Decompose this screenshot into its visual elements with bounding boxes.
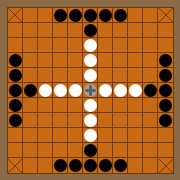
square-i3[interactable] xyxy=(128,128,143,143)
square-a2[interactable] xyxy=(8,143,23,158)
square-b10[interactable] xyxy=(23,23,38,38)
square-d10[interactable] xyxy=(53,23,68,38)
defender-piece[interactable] xyxy=(84,129,97,142)
square-g6[interactable] xyxy=(98,83,113,98)
square-j2[interactable] xyxy=(143,143,158,158)
square-g9[interactable] xyxy=(98,38,113,53)
square-e10[interactable] xyxy=(68,23,83,38)
square-g7[interactable] xyxy=(98,68,113,83)
square-h1[interactable] xyxy=(113,158,128,173)
attacker-piece[interactable] xyxy=(9,114,22,127)
attacker-piece[interactable] xyxy=(69,159,82,172)
square-f5[interactable] xyxy=(83,98,98,113)
square-d5[interactable] xyxy=(53,98,68,113)
square-c1[interactable] xyxy=(38,158,53,173)
defender-piece[interactable] xyxy=(84,99,97,112)
attacker-piece[interactable] xyxy=(159,114,172,127)
square-k11[interactable] xyxy=(158,8,173,23)
square-f10[interactable] xyxy=(83,23,98,38)
square-d3[interactable] xyxy=(53,128,68,143)
square-c5[interactable] xyxy=(38,98,53,113)
square-e9[interactable] xyxy=(68,38,83,53)
square-a4[interactable] xyxy=(8,113,23,128)
square-d8[interactable] xyxy=(53,53,68,68)
attacker-piece[interactable] xyxy=(159,99,172,112)
square-b3[interactable] xyxy=(23,128,38,143)
corner-x-mark xyxy=(159,8,173,22)
square-e11[interactable] xyxy=(68,8,83,23)
square-g3[interactable] xyxy=(98,128,113,143)
square-j9[interactable] xyxy=(143,38,158,53)
square-h3[interactable] xyxy=(113,128,128,143)
attacker-piece[interactable] xyxy=(84,159,97,172)
square-g11[interactable] xyxy=(98,8,113,23)
square-g2[interactable] xyxy=(98,143,113,158)
square-f3[interactable] xyxy=(83,128,98,143)
square-a1[interactable] xyxy=(8,158,23,173)
square-b1[interactable] xyxy=(23,158,38,173)
square-j5[interactable] xyxy=(143,98,158,113)
attacker-piece[interactable] xyxy=(84,24,97,37)
attacker-piece[interactable] xyxy=(9,69,22,82)
square-c3[interactable] xyxy=(38,128,53,143)
square-i1[interactable] xyxy=(128,158,143,173)
square-h5[interactable] xyxy=(113,98,128,113)
defender-piece[interactable] xyxy=(39,84,52,97)
square-a9[interactable] xyxy=(8,38,23,53)
square-k9[interactable] xyxy=(158,38,173,53)
square-j1[interactable] xyxy=(143,158,158,173)
square-k6[interactable] xyxy=(158,83,173,98)
square-h2[interactable] xyxy=(113,143,128,158)
square-j7[interactable] xyxy=(143,68,158,83)
square-g5[interactable] xyxy=(98,98,113,113)
square-i7[interactable] xyxy=(128,68,143,83)
square-a7[interactable] xyxy=(8,68,23,83)
square-f9[interactable] xyxy=(83,38,98,53)
corner-x-mark xyxy=(8,8,22,22)
square-b6[interactable] xyxy=(23,83,38,98)
attacker-piece[interactable] xyxy=(144,84,157,97)
attacker-piece[interactable] xyxy=(54,159,67,172)
square-j4[interactable] xyxy=(143,113,158,128)
square-c9[interactable] xyxy=(38,38,53,53)
square-e6[interactable] xyxy=(68,83,83,98)
defender-piece[interactable] xyxy=(84,69,97,82)
attacker-piece[interactable] xyxy=(159,69,172,82)
square-j11[interactable] xyxy=(143,8,158,23)
square-e5[interactable] xyxy=(68,98,83,113)
square-b2[interactable] xyxy=(23,143,38,158)
attacker-piece[interactable] xyxy=(69,9,82,22)
square-f4[interactable] xyxy=(83,113,98,128)
square-j6[interactable] xyxy=(143,83,158,98)
attacker-piece[interactable] xyxy=(159,54,172,67)
square-b8[interactable] xyxy=(23,53,38,68)
attacker-piece[interactable] xyxy=(24,84,37,97)
defender-piece[interactable] xyxy=(114,84,127,97)
square-c11[interactable] xyxy=(38,8,53,23)
square-f11[interactable] xyxy=(83,8,98,23)
defender-piece[interactable] xyxy=(84,54,97,67)
attacker-piece[interactable] xyxy=(9,54,22,67)
square-a8[interactable] xyxy=(8,53,23,68)
square-h9[interactable] xyxy=(113,38,128,53)
square-f1[interactable] xyxy=(83,158,98,173)
square-k5[interactable] xyxy=(158,98,173,113)
defender-piece[interactable] xyxy=(54,84,67,97)
square-i5[interactable] xyxy=(128,98,143,113)
square-e3[interactable] xyxy=(68,128,83,143)
square-h7[interactable] xyxy=(113,68,128,83)
square-a10[interactable] xyxy=(8,23,23,38)
square-i8[interactable] xyxy=(128,53,143,68)
square-f6[interactable] xyxy=(83,83,98,98)
square-k8[interactable] xyxy=(158,53,173,68)
square-k2[interactable] xyxy=(158,143,173,158)
square-e2[interactable] xyxy=(68,143,83,158)
square-h8[interactable] xyxy=(113,53,128,68)
square-d7[interactable] xyxy=(53,68,68,83)
square-a11[interactable] xyxy=(8,8,23,23)
square-g8[interactable] xyxy=(98,53,113,68)
square-k1[interactable] xyxy=(158,158,173,173)
attacker-piece[interactable] xyxy=(84,144,97,157)
square-k10[interactable] xyxy=(158,23,173,38)
square-f2[interactable] xyxy=(83,143,98,158)
square-d1[interactable] xyxy=(53,158,68,173)
king-piece[interactable] xyxy=(84,84,97,97)
square-e7[interactable] xyxy=(68,68,83,83)
square-i2[interactable] xyxy=(128,143,143,158)
square-d9[interactable] xyxy=(53,38,68,53)
square-j8[interactable] xyxy=(143,53,158,68)
attacker-piece[interactable] xyxy=(84,9,97,22)
square-c2[interactable] xyxy=(38,143,53,158)
square-e4[interactable] xyxy=(68,113,83,128)
attacker-piece[interactable] xyxy=(114,9,127,22)
square-b11[interactable] xyxy=(23,8,38,23)
attacker-piece[interactable] xyxy=(9,84,22,97)
square-k4[interactable] xyxy=(158,113,173,128)
defender-piece[interactable] xyxy=(84,39,97,52)
square-a3[interactable] xyxy=(8,128,23,143)
square-c8[interactable] xyxy=(38,53,53,68)
square-e1[interactable] xyxy=(68,158,83,173)
square-j10[interactable] xyxy=(143,23,158,38)
square-i10[interactable] xyxy=(128,23,143,38)
attacker-piece[interactable] xyxy=(99,159,112,172)
square-i4[interactable] xyxy=(128,113,143,128)
defender-piece[interactable] xyxy=(69,84,82,97)
defender-piece[interactable] xyxy=(129,84,142,97)
square-f8[interactable] xyxy=(83,53,98,68)
defender-piece[interactable] xyxy=(99,84,112,97)
square-b7[interactable] xyxy=(23,68,38,83)
square-d4[interactable] xyxy=(53,113,68,128)
square-h10[interactable] xyxy=(113,23,128,38)
square-d6[interactable] xyxy=(53,83,68,98)
square-h11[interactable] xyxy=(113,8,128,23)
square-c7[interactable] xyxy=(38,68,53,83)
square-h4[interactable] xyxy=(113,113,128,128)
hnefatafl-board xyxy=(7,7,174,174)
attacker-piece[interactable] xyxy=(9,99,22,112)
square-i6[interactable] xyxy=(128,83,143,98)
defender-piece[interactable] xyxy=(84,114,97,127)
square-c10[interactable] xyxy=(38,23,53,38)
square-c6[interactable] xyxy=(38,83,53,98)
square-f7[interactable] xyxy=(83,68,98,83)
square-a6[interactable] xyxy=(8,83,23,98)
square-b4[interactable] xyxy=(23,113,38,128)
square-b9[interactable] xyxy=(23,38,38,53)
square-h6[interactable] xyxy=(113,83,128,98)
square-g10[interactable] xyxy=(98,23,113,38)
corner-x-mark xyxy=(159,159,173,173)
attacker-piece[interactable] xyxy=(159,84,172,97)
square-k7[interactable] xyxy=(158,68,173,83)
square-d11[interactable] xyxy=(53,8,68,23)
square-i11[interactable] xyxy=(128,8,143,23)
square-b5[interactable] xyxy=(23,98,38,113)
square-d2[interactable] xyxy=(53,143,68,158)
square-g1[interactable] xyxy=(98,158,113,173)
square-g4[interactable] xyxy=(98,113,113,128)
attacker-piece[interactable] xyxy=(54,9,67,22)
square-j3[interactable] xyxy=(143,128,158,143)
square-c4[interactable] xyxy=(38,113,53,128)
square-i9[interactable] xyxy=(128,38,143,53)
attacker-piece[interactable] xyxy=(114,159,127,172)
attacker-piece[interactable] xyxy=(99,9,112,22)
square-a5[interactable] xyxy=(8,98,23,113)
square-k3[interactable] xyxy=(158,128,173,143)
square-e8[interactable] xyxy=(68,53,83,68)
corner-x-mark xyxy=(8,159,22,173)
